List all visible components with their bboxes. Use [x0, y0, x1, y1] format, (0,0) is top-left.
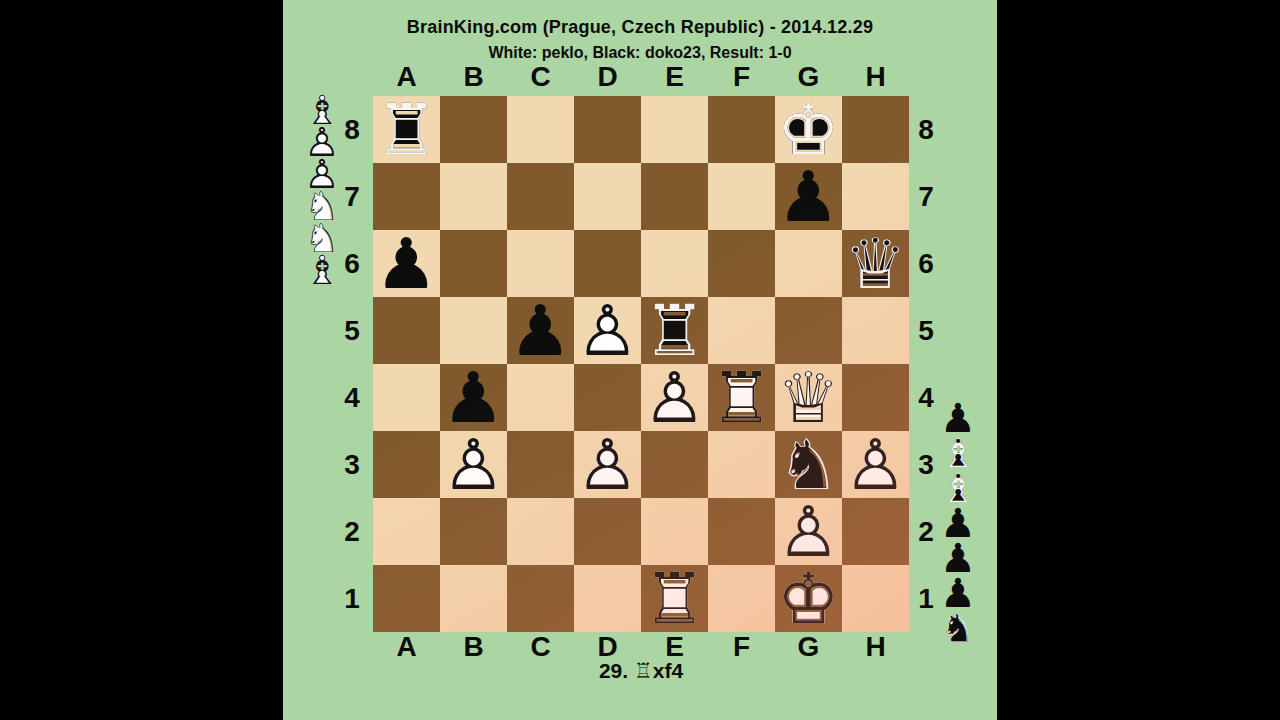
square-d4[interactable]: [574, 364, 641, 431]
square-c6[interactable]: [507, 230, 574, 297]
file-label-d: D: [574, 61, 641, 93]
square-a6[interactable]: ♟: [373, 230, 440, 297]
black-pawn: ♟: [775, 163, 842, 230]
rank-label-2: 2: [339, 498, 365, 565]
white-pawn: ♟♙: [574, 297, 641, 364]
square-g6[interactable]: [775, 230, 842, 297]
square-b1[interactable]: [440, 565, 507, 632]
square-g4[interactable]: ♛♕: [775, 364, 842, 431]
file-label-h: H: [842, 61, 909, 93]
square-d1[interactable]: [574, 565, 641, 632]
square-d2[interactable]: [574, 498, 641, 565]
rank-label-6: 6: [913, 230, 939, 297]
rank-label-6: 6: [339, 230, 365, 297]
rank-label-1: 1: [913, 565, 939, 632]
square-a7[interactable]: [373, 163, 440, 230]
white-pawn: ♟♙: [440, 431, 507, 498]
square-d8[interactable]: [574, 96, 641, 163]
rank-label-2: 2: [913, 498, 939, 565]
black-pawn: ♟: [440, 364, 507, 431]
square-g1[interactable]: ♚♔: [775, 565, 842, 632]
white-rook: ♜♖: [708, 364, 775, 431]
white-pawn: ♟♙: [641, 364, 708, 431]
move-caption: 29. ♖xf4: [373, 659, 909, 683]
square-h8[interactable]: [842, 96, 909, 163]
rank-label-4: 4: [339, 364, 365, 431]
square-e1[interactable]: ♜♖: [641, 565, 708, 632]
black-knight: ♞♘: [941, 610, 975, 645]
captured-piece: ♞♘: [941, 610, 975, 645]
white-pawn: ♟♙: [775, 498, 842, 565]
black-knight: ♞♘: [775, 431, 842, 498]
file-label-c: C: [507, 61, 574, 93]
white-rook: ♜♖: [641, 565, 708, 632]
rank-label-4: 4: [913, 364, 939, 431]
square-d7[interactable]: [574, 163, 641, 230]
square-h2[interactable]: [842, 498, 909, 565]
square-f7[interactable]: [708, 163, 775, 230]
white-pawn: ♟♙: [842, 431, 909, 498]
white-queen: ♛♕: [775, 364, 842, 431]
rank-labels-right: 87654321: [913, 96, 939, 632]
square-e4[interactable]: ♟♙: [641, 364, 708, 431]
square-e2[interactable]: [641, 498, 708, 565]
letterbox-left: [0, 0, 283, 720]
square-g7[interactable]: ♟: [775, 163, 842, 230]
rank-label-3: 3: [913, 431, 939, 498]
black-queen: ♛♕: [842, 230, 909, 297]
video-frame: BrainKing.com (Prague, Czech Republic) -…: [0, 0, 1280, 720]
square-b3[interactable]: ♟♙: [440, 431, 507, 498]
white-bishop: ♝♗: [305, 254, 339, 286]
square-g5[interactable]: [775, 297, 842, 364]
rank-labels-left: 87654321: [339, 96, 365, 632]
square-a1[interactable]: [373, 565, 440, 632]
square-e5[interactable]: ♜♖: [641, 297, 708, 364]
square-b5[interactable]: [440, 297, 507, 364]
players-result-line: White: peklo, Black: doko23, Result: 1-0: [283, 44, 997, 62]
black-pawn: ♟: [507, 297, 574, 364]
black-pawn: ♟: [373, 230, 440, 297]
white-king: ♚♔: [775, 565, 842, 632]
square-e8[interactable]: [641, 96, 708, 163]
file-label-f: F: [708, 61, 775, 93]
square-b2[interactable]: [440, 498, 507, 565]
square-b6[interactable]: [440, 230, 507, 297]
square-e7[interactable]: [641, 163, 708, 230]
square-b7[interactable]: [440, 163, 507, 230]
square-c4[interactable]: [507, 364, 574, 431]
captured-piece: ♝♗: [305, 254, 339, 286]
square-c3[interactable]: [507, 431, 574, 498]
rank-label-8: 8: [339, 96, 365, 163]
square-h4[interactable]: [842, 364, 909, 431]
square-c2[interactable]: [507, 498, 574, 565]
square-b8[interactable]: [440, 96, 507, 163]
black-king: ♚♔: [775, 96, 842, 163]
rank-label-7: 7: [913, 163, 939, 230]
square-c8[interactable]: [507, 96, 574, 163]
rank-label-5: 5: [339, 297, 365, 364]
captured-black-tray: ♟♝♗♝♗♟♟♟♞♘: [941, 400, 975, 645]
square-f1[interactable]: [708, 565, 775, 632]
black-rook: ♜♖: [641, 297, 708, 364]
square-d6[interactable]: [574, 230, 641, 297]
square-b4[interactable]: ♟: [440, 364, 507, 431]
square-g8[interactable]: ♚♔: [775, 96, 842, 163]
square-a4[interactable]: [373, 364, 440, 431]
file-labels-top: ABCDEFGH: [373, 61, 909, 89]
square-f8[interactable]: [708, 96, 775, 163]
square-f5[interactable]: [708, 297, 775, 364]
rank-label-1: 1: [339, 565, 365, 632]
rank-label-8: 8: [913, 96, 939, 163]
square-h7[interactable]: [842, 163, 909, 230]
square-h1[interactable]: [842, 565, 909, 632]
rank-label-3: 3: [339, 431, 365, 498]
square-f2[interactable]: [708, 498, 775, 565]
square-a5[interactable]: [373, 297, 440, 364]
square-f3[interactable]: [708, 431, 775, 498]
square-c7[interactable]: [507, 163, 574, 230]
file-label-e: E: [641, 61, 708, 93]
square-h5[interactable]: [842, 297, 909, 364]
move-number: 29.: [599, 659, 628, 682]
square-a3[interactable]: [373, 431, 440, 498]
square-g3[interactable]: ♞♘: [775, 431, 842, 498]
square-e3[interactable]: [641, 431, 708, 498]
chess-board: ♜♖♚♔♟♟♛♕♟♟♙♜♖♟♟♙♜♖♛♕♟♙♟♙♞♘♟♙♟♙♜♖♚♔: [373, 96, 909, 632]
game-panel: BrainKing.com (Prague, Czech Republic) -…: [283, 0, 997, 720]
square-h6[interactable]: ♛♕: [842, 230, 909, 297]
square-d5[interactable]: ♟♙: [574, 297, 641, 364]
square-c1[interactable]: [507, 565, 574, 632]
rank-label-7: 7: [339, 163, 365, 230]
black-rook: ♜♖: [373, 96, 440, 163]
square-e6[interactable]: [641, 230, 708, 297]
letterbox-right: [997, 0, 1280, 720]
square-d3[interactable]: ♟♙: [574, 431, 641, 498]
white-pawn: ♟♙: [574, 431, 641, 498]
page-title: BrainKing.com (Prague, Czech Republic) -…: [283, 17, 997, 38]
square-c5[interactable]: ♟: [507, 297, 574, 364]
square-h3[interactable]: ♟♙: [842, 431, 909, 498]
rank-label-5: 5: [913, 297, 939, 364]
file-label-b: B: [440, 61, 507, 93]
captured-white-tray: ♝♗♟♙♟♙♞♘♞♘♝♗: [305, 94, 339, 286]
square-a8[interactable]: ♜♖: [373, 96, 440, 163]
square-f6[interactable]: [708, 230, 775, 297]
move-text: xf4: [653, 659, 683, 682]
rook-glyph: ♖: [634, 659, 653, 683]
square-f4[interactable]: ♜♖: [708, 364, 775, 431]
square-a2[interactable]: [373, 498, 440, 565]
square-g2[interactable]: ♟♙: [775, 498, 842, 565]
